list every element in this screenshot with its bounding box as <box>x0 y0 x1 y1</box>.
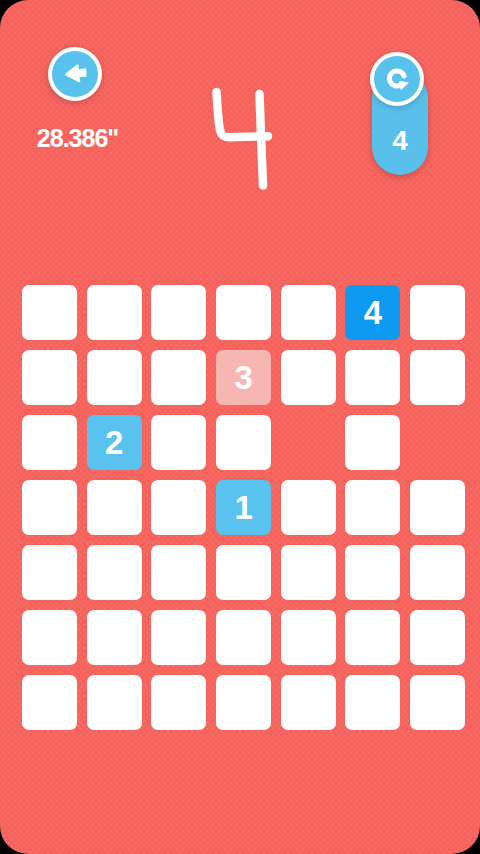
board-tile-r6c3[interactable] <box>151 610 206 665</box>
board-hole-r3c5 <box>281 415 336 470</box>
phone-screen: 28.386" 4 4321 <box>0 0 480 854</box>
board-tile-r5c7[interactable] <box>410 545 465 600</box>
board-tile-r1c4[interactable] <box>216 285 271 340</box>
board-tile-r4c2[interactable] <box>87 480 142 535</box>
board-tile-r3c6[interactable] <box>345 415 400 470</box>
board-tile-r4c7[interactable] <box>410 480 465 535</box>
board-tile-r6c4[interactable] <box>216 610 271 665</box>
board-tile-r5c4[interactable] <box>216 545 271 600</box>
board-tile-r6c7[interactable] <box>410 610 465 665</box>
board-tile-r4c1[interactable] <box>22 480 77 535</box>
board-tile-r2c4[interactable]: 3 <box>216 350 271 405</box>
board-tile-r5c1[interactable] <box>22 545 77 600</box>
board-tile-r6c1[interactable] <box>22 610 77 665</box>
board-tile-r2c6[interactable] <box>345 350 400 405</box>
restart-circular-arrow-icon <box>381 63 413 95</box>
board-tile-r7c3[interactable] <box>151 675 206 730</box>
board-tile-r7c5[interactable] <box>281 675 336 730</box>
board-tile-r5c3[interactable] <box>151 545 206 600</box>
restart-button[interactable] <box>370 52 424 106</box>
board-tile-r7c1[interactable] <box>22 675 77 730</box>
level-number <box>200 80 290 198</box>
game-screen: 28.386" 4 4321 <box>0 0 480 854</box>
board-tile-r3c4[interactable] <box>216 415 271 470</box>
level-number-glyph <box>200 80 290 198</box>
board-tile-r7c7[interactable] <box>410 675 465 730</box>
board-tile-r4c5[interactable] <box>281 480 336 535</box>
board-tile-r5c2[interactable] <box>87 545 142 600</box>
back-button[interactable] <box>48 47 102 101</box>
moves-badge-count: 4 <box>392 125 408 157</box>
board-tile-r7c4[interactable] <box>216 675 271 730</box>
board-tile-r1c2[interactable] <box>87 285 142 340</box>
board-tile-r2c5[interactable] <box>281 350 336 405</box>
board-tile-r3c3[interactable] <box>151 415 206 470</box>
board-tile-r6c6[interactable] <box>345 610 400 665</box>
back-arrow-icon <box>57 56 92 91</box>
board-tile-r1c7[interactable] <box>410 285 465 340</box>
board-tile-r1c5[interactable] <box>281 285 336 340</box>
board-tile-r1c6[interactable]: 4 <box>345 285 400 340</box>
board-tile-r2c7[interactable] <box>410 350 465 405</box>
timer-text: 28.386" <box>10 124 145 153</box>
board-tile-r5c6[interactable] <box>345 545 400 600</box>
board-tile-r1c1[interactable] <box>22 285 77 340</box>
board-tile-r6c2[interactable] <box>87 610 142 665</box>
board-tile-r6c5[interactable] <box>281 610 336 665</box>
board-tile-r1c3[interactable] <box>151 285 206 340</box>
board-hole-r3c7 <box>410 415 465 470</box>
board-tile-r3c2[interactable]: 2 <box>87 415 142 470</box>
board-tile-r3c1[interactable] <box>22 415 77 470</box>
board-grid: 4321 <box>22 285 465 730</box>
board-tile-r2c3[interactable] <box>151 350 206 405</box>
board-tile-r7c2[interactable] <box>87 675 142 730</box>
board-tile-r4c6[interactable] <box>345 480 400 535</box>
board-tile-r2c1[interactable] <box>22 350 77 405</box>
board-tile-r4c4[interactable]: 1 <box>216 480 271 535</box>
board-tile-r4c3[interactable] <box>151 480 206 535</box>
board-tile-r2c2[interactable] <box>87 350 142 405</box>
board-tile-r5c5[interactable] <box>281 545 336 600</box>
board-tile-r7c6[interactable] <box>345 675 400 730</box>
